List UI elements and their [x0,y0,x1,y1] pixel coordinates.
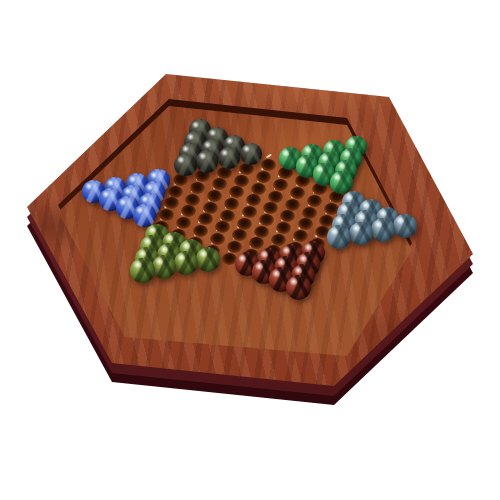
board-hole[interactable] [249,237,264,249]
marble-olive-green[interactable] [174,251,198,275]
board-hole[interactable] [259,214,274,226]
board-hole[interactable] [203,202,218,214]
board-hole[interactable] [263,202,278,214]
marble-black[interactable] [218,147,240,169]
marble-black[interactable] [174,154,196,176]
marble-black[interactable] [240,143,262,165]
marble-green[interactable] [330,171,353,194]
board-hole[interactable] [261,159,276,171]
marble-steel-blue[interactable] [371,218,395,242]
board-hole[interactable] [256,171,271,183]
board-hole[interactable] [298,218,313,230]
board-hole[interactable] [224,198,239,210]
marble-olive-green[interactable] [152,255,176,279]
board-hole[interactable] [164,197,179,209]
marble-red-black[interactable] [286,275,311,300]
board-hole[interactable] [285,199,300,211]
marble-steel-blue[interactable] [327,225,351,249]
board-hole[interactable] [293,230,308,242]
board-hole[interactable] [268,191,283,203]
marble-black[interactable] [196,150,218,172]
marble-steel-blue[interactable] [393,214,417,238]
marble-olive-green[interactable] [130,258,154,282]
board-hole[interactable] [232,229,247,241]
board-hole[interactable] [242,206,257,218]
marble-steel-blue[interactable] [349,222,373,246]
board-hole[interactable] [215,221,230,233]
board-hole[interactable] [302,207,317,219]
board-hole[interactable] [227,241,242,253]
board-hole[interactable] [193,225,208,237]
board-hole[interactable] [185,194,200,206]
board-hole[interactable] [237,218,252,230]
board-hole[interactable] [307,195,322,207]
board-hole[interactable] [273,179,288,191]
board-hole[interactable] [246,194,261,206]
board-hole[interactable] [290,187,305,199]
board-hole[interactable] [234,175,249,187]
board-hole[interactable] [198,213,213,225]
board-hole[interactable] [276,222,291,234]
board-hole[interactable] [210,233,225,245]
board-hole[interactable] [271,234,286,246]
board-hole[interactable] [251,183,266,195]
marble-olive-green[interactable] [196,247,220,271]
board-hole[interactable] [229,186,244,198]
board-hole[interactable] [181,205,196,217]
board-hole[interactable] [280,210,295,222]
board-hole[interactable] [254,226,269,238]
board-hole[interactable] [212,178,227,190]
board-hole[interactable] [168,186,183,198]
board-hole[interactable] [207,190,222,202]
board-hole[interactable] [176,217,191,229]
marble-field [0,0,500,500]
board-hole[interactable] [220,210,235,222]
product-photo-scene [0,0,500,500]
board-hole[interactable] [190,182,205,194]
board-hole[interactable] [159,209,174,221]
